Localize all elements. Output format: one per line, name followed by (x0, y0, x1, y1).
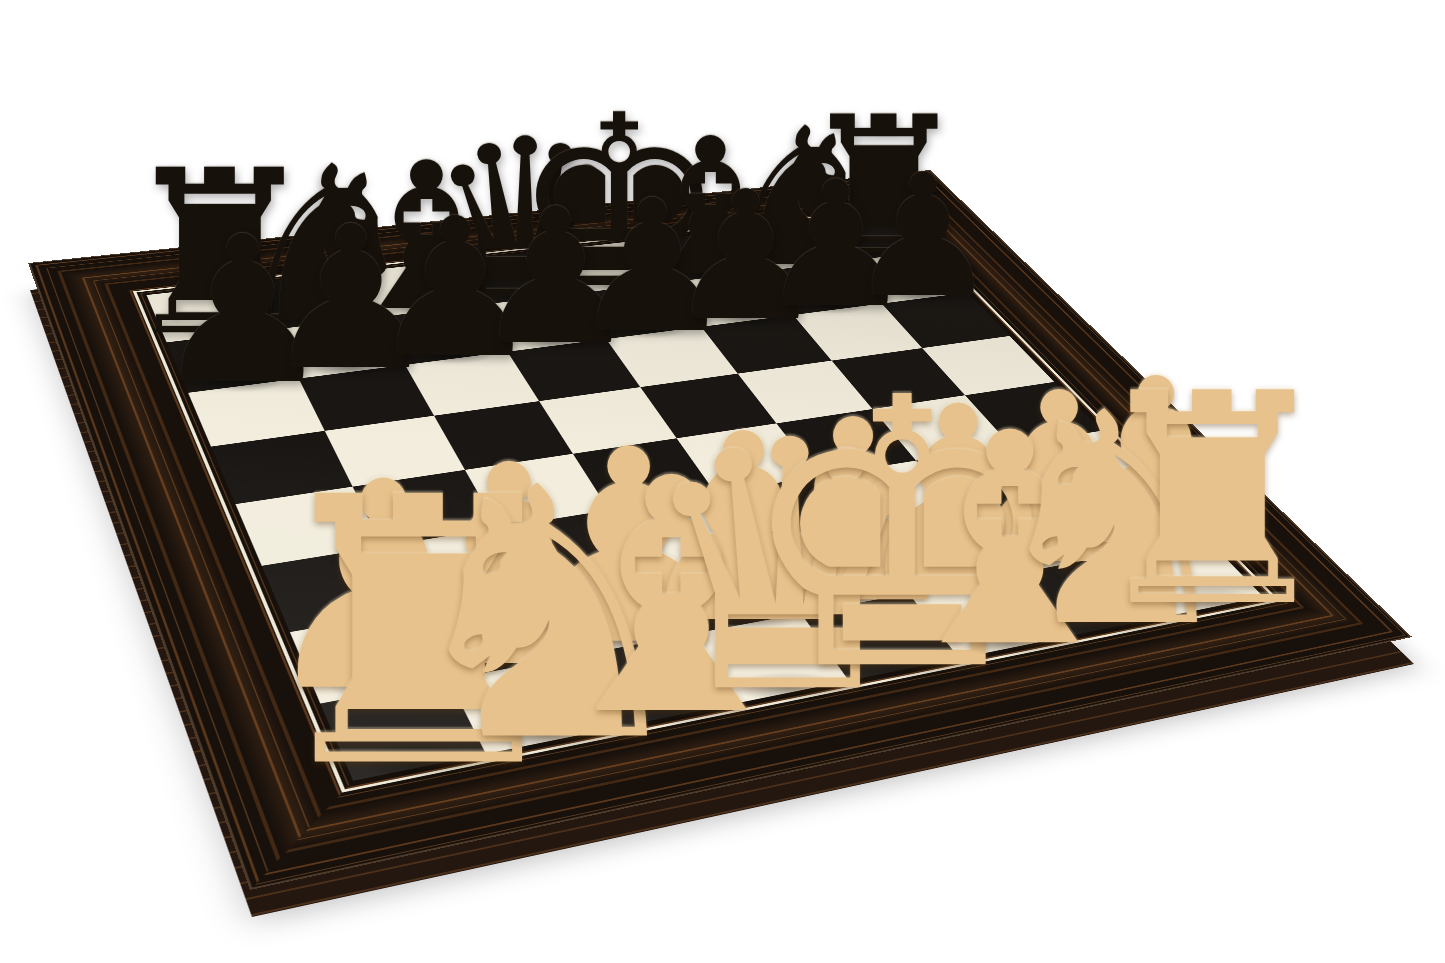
piece-white-rook-h1[interactable]: ♜ (1082, 356, 1343, 647)
chess-set-photo: ♜♞♝♛♚♝♞♜♟♟♟♟♟♟♟♟♟♟♟♟♟♟♟♟♜♞♝♛♚♝♞♜ (0, 0, 1445, 963)
piece-black-pawn-h7[interactable]: ♟ (847, 152, 999, 321)
pieces-layer: ♜♞♝♛♚♝♞♜♟♟♟♟♟♟♟♟♟♟♟♟♟♟♟♟♜♞♝♛♚♝♞♜ (0, 0, 1445, 963)
